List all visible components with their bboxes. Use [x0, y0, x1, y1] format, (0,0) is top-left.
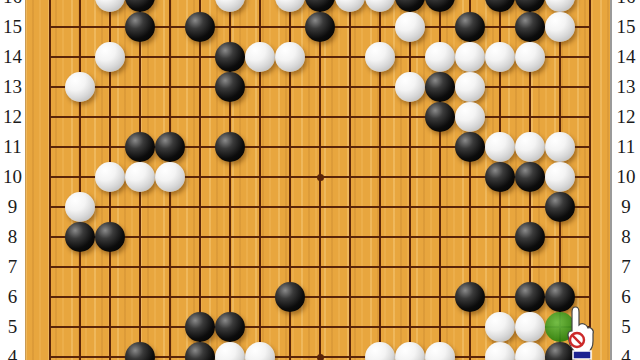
white-stone	[545, 132, 575, 162]
black-stone	[215, 42, 245, 72]
white-stone	[515, 342, 545, 360]
star-point	[317, 174, 324, 181]
grid-line-vertical	[349, 0, 351, 360]
grid-line-horizontal	[49, 86, 591, 88]
white-stone	[545, 0, 575, 12]
white-stone	[515, 42, 545, 72]
star-point	[317, 354, 324, 360]
white-stone	[455, 102, 485, 132]
white-stone	[125, 162, 155, 192]
white-stone	[335, 0, 365, 12]
white-stone	[65, 72, 95, 102]
grid-line-vertical	[79, 0, 81, 360]
row-coordinate-label: 10	[0, 167, 25, 187]
black-stone	[305, 0, 335, 12]
black-stone	[125, 0, 155, 12]
grid-line-horizontal	[49, 206, 591, 208]
white-stone	[245, 342, 275, 360]
black-stone	[155, 132, 185, 162]
go-app-window: 16151413121110987654 1615141312111098765…	[0, 0, 640, 360]
row-coordinate-label: 13	[612, 77, 640, 97]
white-stone	[215, 342, 245, 360]
grid-line-vertical	[49, 0, 51, 360]
row-coordinate-label: 8	[612, 227, 640, 247]
white-stone	[245, 42, 275, 72]
white-stone	[155, 162, 185, 192]
row-coordinate-label: 6	[612, 287, 640, 307]
black-stone	[515, 12, 545, 42]
white-stone	[95, 162, 125, 192]
row-coordinate-label: 4	[612, 347, 640, 360]
black-stone	[215, 312, 245, 342]
black-stone	[485, 0, 515, 12]
row-coordinate-label: 11	[0, 137, 25, 157]
black-stone	[185, 12, 215, 42]
row-coordinate-label: 16	[612, 0, 640, 7]
black-stone	[455, 12, 485, 42]
white-stone	[65, 192, 95, 222]
cursor-hand-icon	[560, 303, 598, 360]
black-stone	[185, 312, 215, 342]
black-stone	[515, 282, 545, 312]
row-coordinate-label: 9	[0, 197, 25, 217]
white-stone	[485, 342, 515, 360]
black-stone	[425, 72, 455, 102]
black-stone	[215, 132, 245, 162]
row-coordinate-label: 13	[0, 77, 25, 97]
row-coordinate-label: 11	[612, 137, 640, 157]
white-stone	[425, 342, 455, 360]
black-stone	[125, 342, 155, 360]
white-stone	[485, 312, 515, 342]
white-stone	[365, 342, 395, 360]
row-coordinate-label: 5	[612, 317, 640, 337]
black-stone	[125, 132, 155, 162]
white-stone	[455, 42, 485, 72]
black-stone	[515, 162, 545, 192]
white-stone	[545, 162, 575, 192]
white-stone	[425, 42, 455, 72]
row-coordinate-label: 9	[612, 197, 640, 217]
row-coordinate-label: 7	[612, 257, 640, 277]
row-coordinate-label: 10	[612, 167, 640, 187]
white-stone	[275, 0, 305, 12]
row-coordinate-label: 14	[0, 47, 25, 67]
black-stone	[215, 72, 245, 102]
cursor-cuff	[573, 351, 591, 359]
black-stone	[275, 282, 305, 312]
white-stone	[395, 342, 425, 360]
white-stone	[545, 12, 575, 42]
black-stone	[455, 132, 485, 162]
black-stone	[185, 342, 215, 360]
row-coordinate-label: 5	[0, 317, 25, 337]
row-coordinate-label: 12	[612, 107, 640, 127]
row-coordinate-label: 6	[0, 287, 25, 307]
grid-line-vertical	[409, 0, 411, 360]
black-stone	[95, 222, 125, 252]
white-stone	[485, 42, 515, 72]
white-stone	[365, 0, 395, 12]
black-stone	[515, 0, 545, 12]
grid-line-horizontal	[49, 236, 591, 238]
row-labels-right-strip: 16151413121110987654	[610, 0, 640, 360]
row-coordinate-label: 8	[0, 227, 25, 247]
grid-line-vertical	[199, 0, 201, 360]
row-coordinate-label: 15	[612, 17, 640, 37]
grid-line-horizontal	[49, 266, 591, 268]
white-stone	[95, 42, 125, 72]
white-stone	[395, 12, 425, 42]
white-stone	[515, 132, 545, 162]
white-stone	[95, 0, 125, 12]
black-stone	[485, 162, 515, 192]
black-stone	[425, 102, 455, 132]
grid-line-horizontal	[49, 116, 591, 118]
black-stone	[455, 282, 485, 312]
white-stone	[365, 42, 395, 72]
black-stone	[305, 12, 335, 42]
white-stone	[275, 42, 305, 72]
white-stone	[485, 132, 515, 162]
row-coordinate-label: 7	[0, 257, 25, 277]
white-stone	[215, 0, 245, 12]
black-stone	[545, 192, 575, 222]
white-stone	[515, 312, 545, 342]
row-coordinate-label: 4	[0, 347, 25, 360]
black-stone	[515, 222, 545, 252]
row-labels-left-strip: 16151413121110987654	[0, 0, 26, 360]
black-stone	[65, 222, 95, 252]
black-stone	[395, 0, 425, 12]
row-coordinate-label: 14	[612, 47, 640, 67]
row-coordinate-label: 16	[0, 0, 25, 7]
white-stone	[455, 72, 485, 102]
black-stone	[425, 0, 455, 12]
grid-line-horizontal	[49, 296, 591, 298]
row-coordinate-label: 12	[0, 107, 25, 127]
white-stone	[395, 72, 425, 102]
row-coordinate-label: 15	[0, 17, 25, 37]
black-stone	[125, 12, 155, 42]
